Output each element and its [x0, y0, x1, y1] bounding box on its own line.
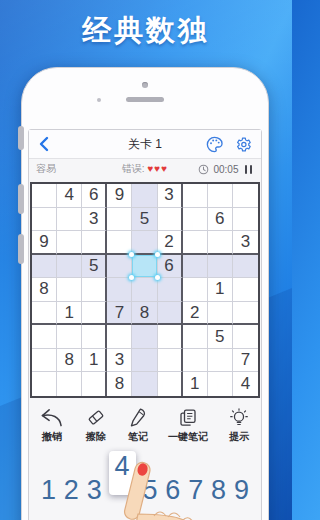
sudoku-cell-r7c8[interactable]: 5 — [208, 325, 233, 349]
timer: 00:05 — [213, 164, 238, 175]
sudoku-cell-r7c4[interactable] — [107, 325, 132, 349]
sudoku-cell-r6c4[interactable]: 7 — [107, 302, 132, 326]
sudoku-cell-r9c8[interactable] — [208, 372, 233, 396]
sudoku-cell-r4c2[interactable] — [57, 255, 82, 279]
sudoku-cell-r4c1[interactable] — [32, 255, 57, 279]
sudoku-cell-r6c7[interactable]: 2 — [183, 302, 208, 326]
selection-handle — [155, 252, 160, 257]
bulb-icon — [227, 407, 251, 428]
game-screen: 关卡 1 — [28, 129, 262, 520]
sudoku-cell-r8c9[interactable]: 7 — [233, 349, 258, 373]
numpad-key-8[interactable]: 8 — [210, 477, 227, 504]
selection-handle — [155, 275, 160, 280]
sudoku-cell-r8c7[interactable] — [183, 349, 208, 373]
app-bar: 关卡 1 — [29, 130, 261, 159]
sudoku-cell-r3c2[interactable] — [57, 231, 82, 255]
hint-button[interactable]: 提示 — [227, 407, 251, 444]
sudoku-cell-r2c9[interactable] — [233, 208, 258, 232]
sudoku-cell-r2c8[interactable]: 6 — [208, 208, 233, 232]
phone-volume-up-button — [18, 184, 24, 214]
sudoku-cell-r1c6[interactable]: 3 — [158, 184, 183, 208]
numpad-key-9[interactable]: 9 — [233, 477, 250, 504]
sudoku-cell-r2c5[interactable]: 5 — [132, 208, 157, 232]
phone-speaker — [126, 97, 164, 102]
sudoku-cell-r9c9[interactable]: 4 — [233, 372, 258, 396]
phone-side-button — [18, 126, 24, 150]
sudoku-cell-r8c2[interactable]: 8 — [57, 349, 82, 373]
sudoku-cell-r3c7[interactable] — [183, 231, 208, 255]
sudoku-cell-r7c7[interactable] — [183, 325, 208, 349]
sudoku-cell-r4c9[interactable] — [233, 255, 258, 279]
phone-sensor-dot — [97, 98, 101, 102]
sudoku-cell-r2c6[interactable] — [158, 208, 183, 232]
sudoku-cell-r5c9[interactable] — [233, 278, 258, 302]
numpad-key-4[interactable]: 4 — [109, 451, 136, 495]
sudoku-cell-r2c1[interactable] — [32, 208, 57, 232]
sudoku-cell-r8c1[interactable] — [32, 349, 57, 373]
sudoku-cell-r6c3[interactable] — [82, 302, 107, 326]
sudoku-cell-r5c1[interactable]: 8 — [32, 278, 57, 302]
erase-label: 擦除 — [86, 430, 106, 444]
lives-hearts: ♥♥♥ — [147, 163, 168, 174]
sudoku-cell-r1c2[interactable]: 4 — [57, 184, 82, 208]
numpad-key-7[interactable]: 7 — [187, 477, 204, 504]
sudoku-cell-r3c6[interactable]: 2 — [158, 231, 183, 255]
sudoku-cell-r7c2[interactable] — [57, 325, 82, 349]
sudoku-cell-r4c6[interactable]: 6 — [158, 255, 183, 279]
selection-handle — [129, 252, 134, 257]
sudoku-cell-r1c3[interactable]: 6 — [82, 184, 107, 208]
sudoku-cell-r4c7[interactable] — [183, 255, 208, 279]
sudoku-cell-r6c8[interactable] — [208, 302, 233, 326]
numpad-key-6[interactable]: 6 — [164, 477, 181, 504]
sudoku-cell-r9c4[interactable]: 8 — [107, 372, 132, 396]
sudoku-cell-r3c3[interactable] — [82, 231, 107, 255]
sudoku-cell-r8c4[interactable]: 3 — [107, 349, 132, 373]
sudoku-cell-r2c2[interactable] — [57, 208, 82, 232]
sudoku-cell-r8c3[interactable]: 1 — [82, 349, 107, 373]
numpad: 123456789 — [29, 444, 261, 504]
pause-button[interactable] — [243, 163, 255, 176]
pencil-icon — [127, 407, 149, 428]
page: { "banner": { "title": "经典数独" }, "appbar… — [0, 0, 292, 520]
level-title: 关卡 1 — [29, 136, 261, 153]
sudoku-cell-r7c1[interactable] — [32, 325, 57, 349]
sudoku-cell-r5c3[interactable] — [82, 278, 107, 302]
clock-icon — [198, 164, 209, 175]
sudoku-cell-r7c9[interactable] — [233, 325, 258, 349]
sudoku-cell-r7c5[interactable] — [132, 325, 157, 349]
sudoku-cell-r2c3[interactable]: 3 — [82, 208, 107, 232]
sudoku-cell-r3c8[interactable] — [208, 231, 233, 255]
sudoku-cell-r5c8[interactable]: 1 — [208, 278, 233, 302]
phone-camera-dot — [142, 82, 148, 88]
phone-volume-down-button — [18, 234, 24, 264]
notes-button[interactable]: 笔记 — [127, 407, 149, 444]
sudoku-cell-r1c7[interactable] — [183, 184, 208, 208]
errors-label: 错误: — [122, 163, 145, 174]
sudoku-cell-r4c8[interactable] — [208, 255, 233, 279]
sudoku-cell-r8c6[interactable] — [158, 349, 183, 373]
sudoku-cell-r6c1[interactable] — [32, 302, 57, 326]
sudoku-cell-r6c5[interactable]: 8 — [132, 302, 157, 326]
erase-button[interactable]: 擦除 — [84, 407, 108, 444]
numpad-key-1[interactable]: 1 — [40, 477, 57, 504]
sudoku-cell-r9c3[interactable] — [82, 372, 107, 396]
toolbar: 撤销 擦除 笔记 — [29, 398, 261, 444]
app-banner-title: 经典数独 — [82, 11, 210, 51]
copy-notes-icon — [177, 407, 199, 428]
numpad-key-5[interactable]: 5 — [141, 477, 158, 504]
sudoku-cell-r1c9[interactable] — [233, 184, 258, 208]
hint-label: 提示 — [229, 430, 249, 444]
undo-label: 撤销 — [42, 430, 62, 444]
sudoku-cell-r5c4[interactable] — [107, 278, 132, 302]
sudoku-cell-r2c7[interactable] — [183, 208, 208, 232]
sudoku-cell-r7c6[interactable] — [158, 325, 183, 349]
sudoku-cell-r1c5[interactable] — [132, 184, 157, 208]
sudoku-cell-r5c5[interactable] — [132, 278, 157, 302]
undo-button[interactable]: 撤销 — [39, 407, 65, 444]
sudoku-cell-r6c9[interactable] — [233, 302, 258, 326]
sudoku-cell-r9c1[interactable] — [32, 372, 57, 396]
sudoku-cell-r1c4[interactable]: 9 — [107, 184, 132, 208]
sudoku-cell-r5c2[interactable] — [57, 278, 82, 302]
sudoku-cell-r2c4[interactable] — [107, 208, 132, 232]
sudoku-cell-r3c9[interactable]: 3 — [233, 231, 258, 255]
sudoku-cell-r9c6[interactable] — [158, 372, 183, 396]
sudoku-cell-r6c2[interactable]: 1 — [57, 302, 82, 326]
notes-label: 笔记 — [128, 430, 148, 444]
status-row: 容易 错误: ♥♥♥ 00:05 — [29, 159, 261, 179]
sudoku-cell-r4c4[interactable] — [107, 255, 132, 279]
sudoku-cell-r1c8[interactable] — [208, 184, 233, 208]
app-banner: 经典数独 — [0, 0, 292, 62]
sudoku-cell-r8c8[interactable] — [208, 349, 233, 373]
sudoku-cell-r9c7[interactable]: 1 — [183, 372, 208, 396]
sudoku-cell-r3c1[interactable]: 9 — [32, 231, 57, 255]
sudoku-cell-r5c7[interactable] — [183, 278, 208, 302]
sudoku-grid: 46933569235681178258137814 — [30, 182, 260, 398]
sudoku-cell-r1c1[interactable] — [32, 184, 57, 208]
eraser-icon — [84, 407, 108, 428]
sudoku-cell-r3c5[interactable] — [132, 231, 157, 255]
numpad-key-2[interactable]: 2 — [63, 477, 80, 504]
sudoku-cell-r5c6[interactable] — [158, 278, 183, 302]
sudoku-cell-r4c3[interactable]: 5 — [82, 255, 107, 279]
auto-notes-button[interactable]: 一键笔记 — [168, 407, 208, 444]
numpad-key-3[interactable]: 3 — [86, 477, 103, 504]
sudoku-cell-r3c4[interactable] — [107, 231, 132, 255]
sudoku-cell-r9c2[interactable] — [57, 372, 82, 396]
sudoku-cell-r6c6[interactable] — [158, 302, 183, 326]
sudoku-cell-r8c5[interactable] — [132, 349, 157, 373]
undo-icon — [39, 407, 65, 428]
sudoku-cell-r7c3[interactable] — [82, 325, 107, 349]
sudoku-cell-r9c5[interactable] — [132, 372, 157, 396]
sudoku-cell-r4c5[interactable] — [132, 255, 157, 279]
auto-notes-label: 一键笔记 — [168, 430, 208, 444]
phone-mockup: 关卡 1 — [21, 67, 269, 520]
